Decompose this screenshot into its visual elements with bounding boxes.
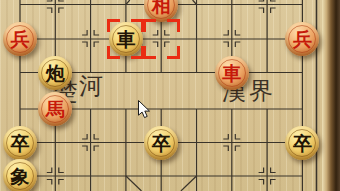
star-point bbox=[82, 42, 87, 47]
star-point bbox=[47, 8, 52, 13]
star-point bbox=[259, 168, 264, 173]
star-point bbox=[235, 134, 240, 139]
star-point bbox=[235, 42, 240, 47]
star-point bbox=[94, 146, 99, 151]
piece-red-soldier[interactable]: 兵 bbox=[285, 22, 319, 56]
star-point bbox=[223, 42, 228, 47]
star-point bbox=[59, 8, 64, 13]
star-point bbox=[223, 134, 228, 139]
star-point bbox=[153, 30, 158, 35]
star-point bbox=[59, 180, 64, 185]
star-point bbox=[59, 168, 64, 173]
star-point bbox=[271, 180, 276, 185]
star-point bbox=[235, 30, 240, 35]
piece-black-elephant[interactable]: 象 bbox=[3, 159, 37, 191]
board-frame bbox=[322, 0, 340, 191]
star-point bbox=[94, 42, 99, 47]
piece-black-soldier[interactable]: 卒 bbox=[144, 126, 178, 160]
piece-red-chariot[interactable]: 車 bbox=[215, 56, 249, 90]
star-point bbox=[59, 0, 64, 1]
xiangqi-board[interactable]: 楚 河 漢 界 相兵車兵炮車馬卒卒卒象 bbox=[0, 0, 340, 191]
river-label-he: 河 bbox=[79, 74, 103, 98]
star-point bbox=[165, 42, 170, 47]
star-point bbox=[259, 180, 264, 185]
star-point bbox=[82, 30, 87, 35]
piece-red-soldier[interactable]: 兵 bbox=[3, 22, 37, 56]
star-point bbox=[94, 134, 99, 139]
star-point bbox=[223, 30, 228, 35]
mouse-cursor-icon bbox=[138, 100, 152, 120]
star-point bbox=[82, 146, 87, 151]
piece-black-chariot[interactable]: 車 bbox=[109, 22, 143, 56]
star-point bbox=[82, 134, 87, 139]
star-point bbox=[259, 8, 264, 13]
star-point bbox=[259, 0, 264, 1]
star-point bbox=[47, 168, 52, 173]
star-point bbox=[271, 8, 276, 13]
star-point bbox=[153, 42, 158, 47]
star-point bbox=[271, 168, 276, 173]
star-point bbox=[223, 146, 228, 151]
star-point bbox=[94, 30, 99, 35]
star-point bbox=[271, 0, 276, 1]
star-point bbox=[165, 30, 170, 35]
river-label-jie: 界 bbox=[249, 79, 273, 103]
piece-black-cannon[interactable]: 炮 bbox=[38, 56, 72, 90]
star-point bbox=[47, 0, 52, 1]
star-point bbox=[47, 180, 52, 185]
piece-black-soldier[interactable]: 卒 bbox=[3, 126, 37, 160]
star-point bbox=[235, 146, 240, 151]
piece-black-soldier[interactable]: 卒 bbox=[285, 126, 319, 160]
